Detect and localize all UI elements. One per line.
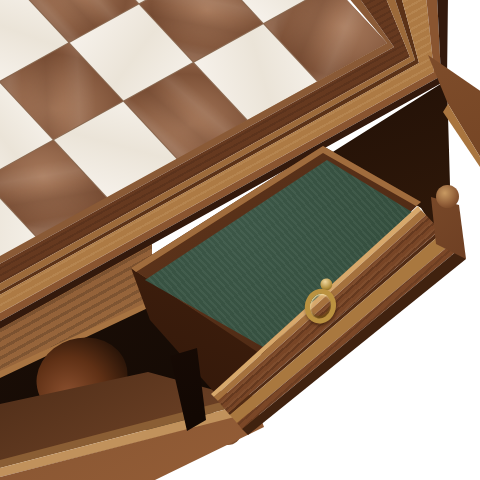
chess-table-photo [0,0,480,480]
pull-ring [301,285,340,326]
pilaster-finial [436,185,459,208]
